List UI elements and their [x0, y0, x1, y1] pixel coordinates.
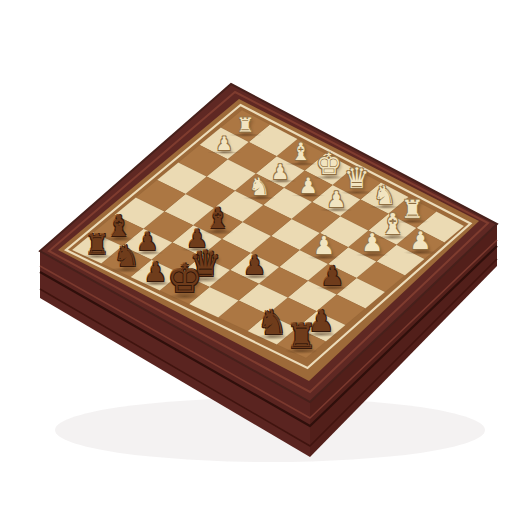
chess-set-photo: ♜♟♝♚♟♛♟♞♞♟♜♝♝♝♟♟♟♟♜♟♞♟♛♟♟♚♟♞♜	[0, 0, 525, 525]
board-svg	[0, 0, 525, 525]
